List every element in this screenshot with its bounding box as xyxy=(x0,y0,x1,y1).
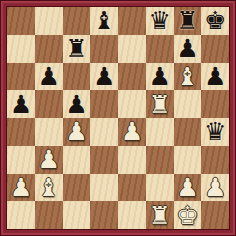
piece-white-king[interactable]: ♚ xyxy=(176,202,198,229)
square-a1[interactable] xyxy=(7,201,35,229)
square-h1[interactable] xyxy=(201,201,229,229)
square-d3[interactable] xyxy=(90,146,118,174)
square-a6[interactable] xyxy=(7,63,35,91)
square-b7[interactable] xyxy=(35,35,63,63)
square-a5[interactable]: ♟ xyxy=(7,90,35,118)
piece-white-pawn[interactable]: ♟ xyxy=(176,174,198,201)
square-g5[interactable] xyxy=(174,90,202,118)
piece-black-queen[interactable]: ♛ xyxy=(148,7,170,34)
square-a4[interactable] xyxy=(7,118,35,146)
piece-white-pawn[interactable]: ♟ xyxy=(10,174,32,201)
piece-black-queen[interactable]: ♛ xyxy=(204,118,226,145)
square-g2[interactable]: ♟ xyxy=(174,174,202,202)
square-h4[interactable]: ♛ xyxy=(201,118,229,146)
square-e5[interactable] xyxy=(118,90,146,118)
piece-white-bishop[interactable]: ♝ xyxy=(176,63,198,90)
piece-black-pawn[interactable]: ♟ xyxy=(37,63,59,90)
square-f5[interactable]: ♜ xyxy=(146,90,174,118)
piece-black-pawn[interactable]: ♟ xyxy=(93,63,115,90)
square-e4[interactable]: ♟ xyxy=(118,118,146,146)
square-g3[interactable] xyxy=(174,146,202,174)
square-d8[interactable]: ♝ xyxy=(90,7,118,35)
square-c7[interactable]: ♜ xyxy=(63,35,91,63)
piece-black-pawn[interactable]: ♟ xyxy=(65,91,87,118)
square-d5[interactable] xyxy=(90,90,118,118)
square-e1[interactable] xyxy=(118,201,146,229)
square-e6[interactable] xyxy=(118,63,146,91)
square-f3[interactable] xyxy=(146,146,174,174)
piece-white-pawn[interactable]: ♟ xyxy=(121,118,143,145)
piece-white-rook[interactable]: ♜ xyxy=(148,202,170,229)
square-c1[interactable] xyxy=(63,201,91,229)
square-g1[interactable]: ♚ xyxy=(174,201,202,229)
square-g6[interactable]: ♝ xyxy=(174,63,202,91)
square-h7[interactable] xyxy=(201,35,229,63)
square-h3[interactable] xyxy=(201,146,229,174)
square-b2[interactable]: ♝ xyxy=(35,174,63,202)
square-f4[interactable] xyxy=(146,118,174,146)
square-d4[interactable] xyxy=(90,118,118,146)
square-d1[interactable] xyxy=(90,201,118,229)
square-f1[interactable]: ♜ xyxy=(146,201,174,229)
square-h6[interactable]: ♟ xyxy=(201,63,229,91)
square-h2[interactable]: ♟ xyxy=(201,174,229,202)
square-a7[interactable] xyxy=(7,35,35,63)
piece-black-pawn[interactable]: ♟ xyxy=(176,35,198,62)
piece-black-bishop[interactable]: ♝ xyxy=(93,7,115,34)
square-e7[interactable] xyxy=(118,35,146,63)
square-b4[interactable] xyxy=(35,118,63,146)
piece-black-rook[interactable]: ♜ xyxy=(176,7,198,34)
square-g8[interactable]: ♜ xyxy=(174,7,202,35)
square-a8[interactable] xyxy=(7,7,35,35)
square-e8[interactable] xyxy=(118,7,146,35)
square-e2[interactable] xyxy=(118,174,146,202)
square-f6[interactable]: ♟ xyxy=(146,63,174,91)
square-h5[interactable] xyxy=(201,90,229,118)
piece-white-pawn[interactable]: ♟ xyxy=(37,146,59,173)
square-d2[interactable] xyxy=(90,174,118,202)
square-b3[interactable]: ♟ xyxy=(35,146,63,174)
piece-white-bishop[interactable]: ♝ xyxy=(37,174,59,201)
square-f8[interactable]: ♛ xyxy=(146,7,174,35)
piece-white-pawn[interactable]: ♟ xyxy=(204,174,226,201)
piece-black-pawn[interactable]: ♟ xyxy=(10,91,32,118)
square-c4[interactable]: ♟ xyxy=(63,118,91,146)
piece-black-rook[interactable]: ♜ xyxy=(65,35,87,62)
piece-black-king[interactable]: ♚ xyxy=(204,7,226,34)
square-c6[interactable] xyxy=(63,63,91,91)
chess-board-frame: ♝♛♜♚♜♟♟♟♟♝♟♟♟♜♟♟♛♟♟♝♟♟♜♚ xyxy=(0,0,236,236)
square-b5[interactable] xyxy=(35,90,63,118)
square-g7[interactable]: ♟ xyxy=(174,35,202,63)
piece-white-rook[interactable]: ♜ xyxy=(148,91,170,118)
square-g4[interactable] xyxy=(174,118,202,146)
square-d7[interactable] xyxy=(90,35,118,63)
square-e3[interactable] xyxy=(118,146,146,174)
square-d6[interactable]: ♟ xyxy=(90,63,118,91)
piece-white-pawn[interactable]: ♟ xyxy=(65,118,87,145)
square-b1[interactable] xyxy=(35,201,63,229)
chess-board[interactable]: ♝♛♜♚♜♟♟♟♟♝♟♟♟♜♟♟♛♟♟♝♟♟♜♚ xyxy=(7,7,229,229)
piece-black-pawn[interactable]: ♟ xyxy=(148,63,170,90)
square-f2[interactable] xyxy=(146,174,174,202)
square-a3[interactable] xyxy=(7,146,35,174)
square-a2[interactable]: ♟ xyxy=(7,174,35,202)
square-c3[interactable] xyxy=(63,146,91,174)
square-b6[interactable]: ♟ xyxy=(35,63,63,91)
square-c2[interactable] xyxy=(63,174,91,202)
square-c5[interactable]: ♟ xyxy=(63,90,91,118)
square-f7[interactable] xyxy=(146,35,174,63)
square-b8[interactable] xyxy=(35,7,63,35)
square-h8[interactable]: ♚ xyxy=(201,7,229,35)
square-c8[interactable] xyxy=(63,7,91,35)
piece-black-pawn[interactable]: ♟ xyxy=(204,63,226,90)
